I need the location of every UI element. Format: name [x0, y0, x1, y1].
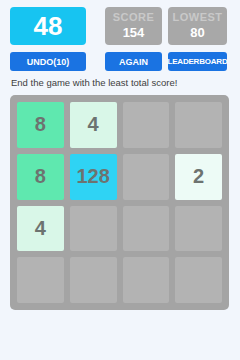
score-label: SCORE [113, 11, 155, 25]
tile-2-r2c4: 2 [175, 154, 222, 200]
leaderboard-button[interactable]: LEADERBOARD [168, 52, 227, 71]
tile-4-r3c1: 4 [17, 206, 64, 252]
current-tile-box: 48 [10, 7, 86, 45]
empty-cell-r4c1 [17, 257, 64, 303]
undo-button[interactable]: UNDO(10) [10, 52, 86, 71]
empty-cell-r1c3 [123, 102, 170, 148]
again-button[interactable]: AGAIN [105, 52, 162, 71]
tile-8-r1c1: 8 [17, 102, 64, 148]
empty-cell-r3c2 [70, 206, 117, 252]
current-tile-value: 48 [34, 11, 63, 42]
empty-cell-r3c3 [123, 206, 170, 252]
score-box: SCORE 154 [105, 7, 162, 45]
lowest-box: LOWEST 80 [168, 7, 227, 45]
empty-cell-r1c4 [175, 102, 222, 148]
tile-128-r2c2: 128 [70, 154, 117, 200]
tile-8-r2c1: 8 [17, 154, 64, 200]
empty-cell-r3c4 [175, 206, 222, 252]
empty-cell-r2c3 [123, 154, 170, 200]
lowest-label: LOWEST [172, 11, 222, 25]
empty-cell-r4c2 [70, 257, 117, 303]
empty-cell-r4c3 [123, 257, 170, 303]
lowest-value: 80 [190, 25, 204, 41]
tile-4-r1c2: 4 [70, 102, 117, 148]
score-value: 154 [123, 25, 145, 41]
instruction-text: End the game with the least total score! [11, 77, 236, 88]
empty-cell-r4c4 [175, 257, 222, 303]
board[interactable]: 84812824 [10, 95, 229, 310]
